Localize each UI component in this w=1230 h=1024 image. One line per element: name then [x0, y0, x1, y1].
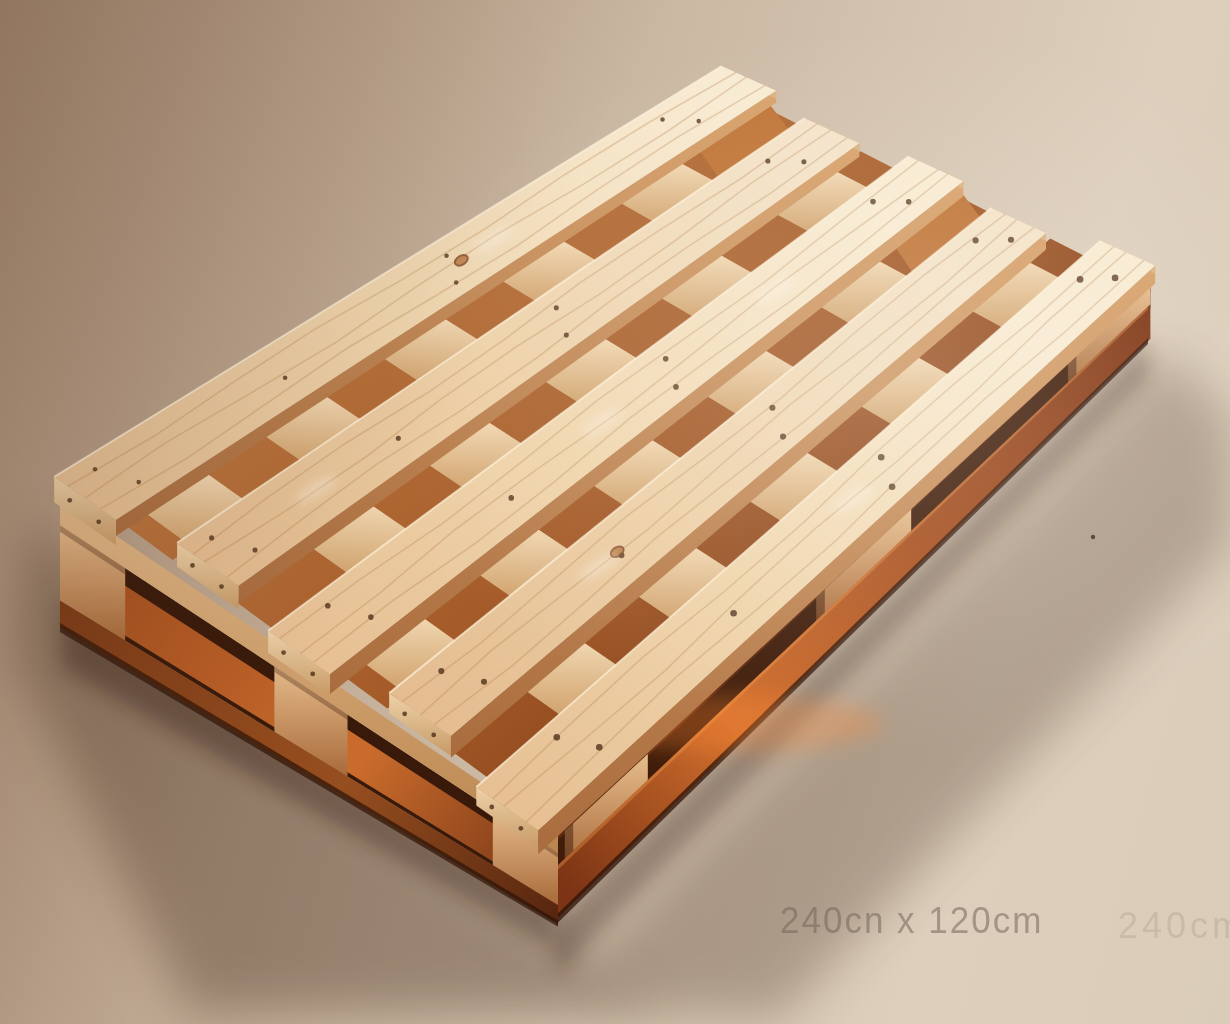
dimension-label-faint: 240cm [1118, 905, 1230, 947]
studio-backdrop: 240cn x 120cm 240cm [0, 0, 1230, 1024]
pallet-render [0, 0, 1230, 1024]
dimension-label: 240cn x 120cm [780, 900, 1043, 942]
